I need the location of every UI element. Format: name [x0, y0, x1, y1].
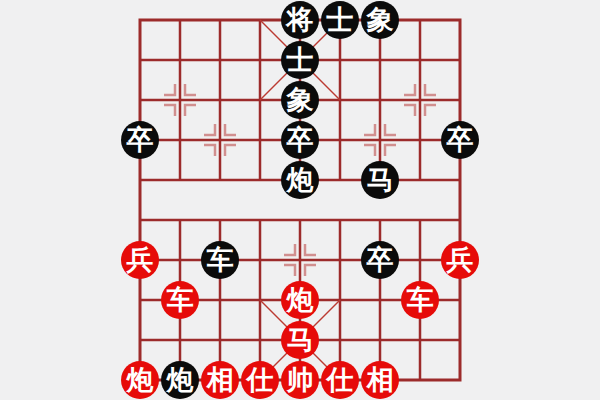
piece-red-elephant[interactable]: 相 — [201, 361, 239, 399]
piece-black-advisor[interactable]: 士 — [281, 41, 319, 79]
piece-red-soldier[interactable]: 兵 — [441, 241, 479, 279]
piece-black-chariot[interactable]: 车 — [201, 241, 239, 279]
piece-red-cannon[interactable]: 炮 — [121, 361, 159, 399]
piece-red-chariot[interactable]: 车 — [401, 281, 439, 319]
piece-red-advisor[interactable]: 仕 — [241, 361, 279, 399]
piece-black-soldier[interactable]: 卒 — [281, 121, 319, 159]
piece-black-soldier[interactable]: 卒 — [121, 121, 159, 159]
piece-black-soldier[interactable]: 卒 — [441, 121, 479, 159]
piece-red-advisor[interactable]: 仕 — [321, 361, 359, 399]
piece-black-horse[interactable]: 马 — [361, 161, 399, 199]
piece-red-chariot[interactable]: 车 — [161, 281, 199, 319]
piece-black-elephant[interactable]: 象 — [361, 1, 399, 39]
piece-black-cannon[interactable]: 炮 — [161, 361, 199, 399]
piece-red-soldier[interactable]: 兵 — [121, 241, 159, 279]
piece-black-soldier[interactable]: 卒 — [361, 241, 399, 279]
piece-red-general[interactable]: 帅 — [281, 361, 319, 399]
piece-red-horse[interactable]: 马 — [281, 321, 319, 359]
piece-black-cannon[interactable]: 炮 — [281, 161, 319, 199]
piece-black-elephant[interactable]: 象 — [281, 81, 319, 119]
piece-red-elephant[interactable]: 相 — [361, 361, 399, 399]
pieces-layer: 将士象士象卒卒卒炮马兵车卒兵车炮车马炮炮相仕帅仕相 — [0, 0, 600, 400]
xiangqi-board: 将士象士象卒卒卒炮马兵车卒兵车炮车马炮炮相仕帅仕相 — [0, 0, 600, 400]
piece-black-general[interactable]: 将 — [281, 1, 319, 39]
piece-red-cannon[interactable]: 炮 — [281, 281, 319, 319]
piece-black-advisor[interactable]: 士 — [321, 1, 359, 39]
